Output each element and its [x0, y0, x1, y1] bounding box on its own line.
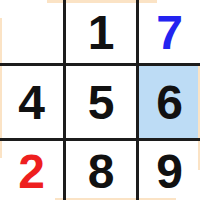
adjacent-cell-sliver-right	[198, 64, 200, 170]
sudoku-cell-r0c1[interactable]: 1	[66, 0, 136, 63]
sudoku-cell-r2c1[interactable]: 8	[66, 141, 136, 200]
sudoku-grid: 17456289	[0, 0, 200, 200]
grid-line-vertical-1	[63, 0, 66, 200]
sudoku-board: 17456289	[0, 0, 200, 200]
sudoku-cell-r2c2[interactable]: 9	[139, 141, 200, 200]
adjacent-cell-sliver-bottom	[55, 198, 176, 200]
sudoku-cell-r0c0[interactable]	[0, 0, 63, 63]
cell-digit: 8	[88, 148, 115, 196]
sudoku-cell-r1c0[interactable]: 4	[0, 66, 63, 138]
sudoku-cell-r1c1[interactable]: 5	[66, 66, 136, 138]
cell-digit: 6	[156, 79, 183, 127]
cell-digit: 7	[156, 9, 183, 57]
grid-line-vertical-2	[136, 0, 139, 200]
sudoku-cell-r1c2[interactable]: 6	[139, 66, 200, 138]
cell-digit: 4	[18, 79, 45, 127]
cell-digit: 2	[18, 148, 45, 196]
cell-digit: 9	[156, 148, 183, 196]
cell-digit: 1	[88, 9, 115, 57]
cell-digit: 5	[88, 79, 115, 127]
grid-line-horizontal-1	[0, 63, 200, 66]
adjacent-cell-sliver-left	[0, 18, 2, 158]
grid-line-horizontal-2	[0, 138, 200, 141]
sudoku-cell-r0c2[interactable]: 7	[139, 0, 200, 63]
sudoku-cell-r2c0[interactable]: 2	[0, 141, 63, 200]
